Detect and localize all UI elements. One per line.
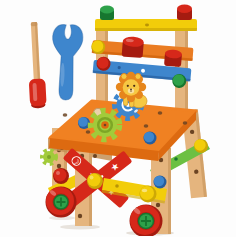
toy-screwdriver	[26, 22, 47, 109]
toy-chair-illustration: ☽ ★ ★ ☽ ★	[0, 0, 236, 236]
knob-highlight	[142, 189, 148, 193]
seat-hole	[86, 130, 91, 133]
knob-top	[78, 117, 88, 127]
seat-hole	[144, 124, 149, 127]
knob-yellow-front	[140, 186, 157, 203]
gear-center	[47, 155, 51, 159]
knob-blue-front	[154, 176, 167, 189]
product-photo: ☽ ★ ★ ☽ ★	[0, 0, 236, 236]
lion-eye	[133, 85, 135, 87]
bolt-red-large	[122, 36, 145, 58]
yellow-bar-hole	[115, 184, 119, 188]
lion-nose	[130, 88, 132, 90]
rail-hole	[93, 154, 97, 158]
lion-eye	[127, 85, 129, 87]
knob-top	[140, 186, 154, 200]
knob-red-side	[53, 168, 69, 184]
leg-hole	[57, 164, 61, 168]
yellow-bar-hole	[145, 24, 149, 27]
bolt-green-top-left	[100, 6, 114, 21]
yellow-bar-edge	[95, 28, 197, 31]
screwdriver-tip	[31, 22, 38, 26]
knob-top	[54, 169, 67, 182]
lion-ear	[135, 74, 141, 80]
leg-hole	[78, 214, 82, 218]
bolt-red-top-right	[177, 5, 192, 20]
wheel-nut-right	[130, 205, 163, 237]
bolt-red-right	[164, 49, 182, 67]
leg-front-right-edge	[168, 148, 171, 234]
knob-top	[88, 174, 101, 187]
knob-top	[154, 176, 164, 186]
wrench-body	[51, 24, 84, 100]
knob-highlight	[90, 176, 94, 180]
bolt-head	[100, 6, 114, 14]
knob-top	[144, 132, 154, 142]
backrest-bar-yellow	[95, 5, 197, 31]
lion-ear	[121, 74, 127, 80]
bolt-head	[177, 5, 192, 13]
wheel-nut-left	[46, 187, 77, 218]
knob-blue-seat-right	[144, 132, 157, 145]
leg-hole	[156, 203, 160, 207]
seat-hole	[158, 111, 163, 114]
knob-highlight	[56, 171, 60, 175]
knob-top	[194, 139, 205, 150]
knob-yellow-brace-center	[87, 173, 103, 189]
seat-hole	[183, 121, 188, 124]
screwdriver-handle	[29, 79, 47, 107]
knob-yellow-right-end	[194, 139, 208, 153]
gear-hub-hole	[104, 124, 107, 127]
seat-hole	[63, 113, 68, 116]
toy-wrench	[51, 24, 84, 100]
green-bar-hole	[174, 157, 178, 161]
